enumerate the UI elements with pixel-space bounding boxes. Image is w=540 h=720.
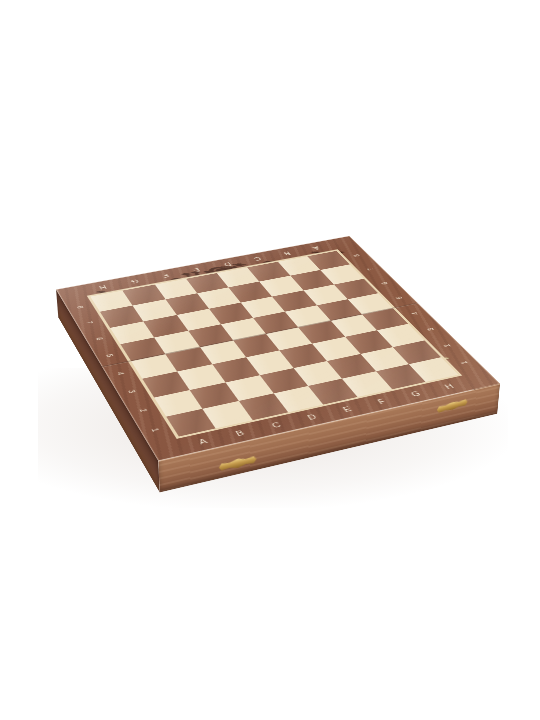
brass-latch-left [219, 454, 257, 472]
brass-latch-right [437, 398, 468, 414]
product-photo-scene: AABBCCDDEEFFGGHH8877665544332211 ♜♞♝♛♚♝♞… [0, 0, 540, 720]
chess-board-box: AABBCCDDEEFFGGHH8877665544332211 ♜♞♝♛♚♝♞… [56, 236, 500, 461]
stage: AABBCCDDEEFFGGHH8877665544332211 ♜♞♝♛♚♝♞… [0, 0, 540, 720]
